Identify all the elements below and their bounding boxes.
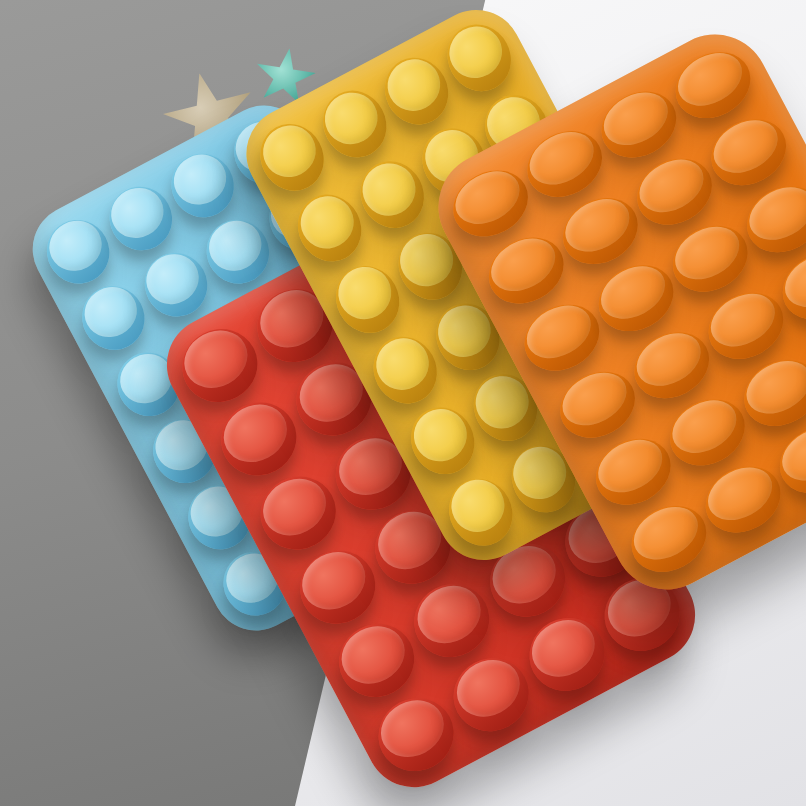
product-photo-scene <box>0 0 806 806</box>
